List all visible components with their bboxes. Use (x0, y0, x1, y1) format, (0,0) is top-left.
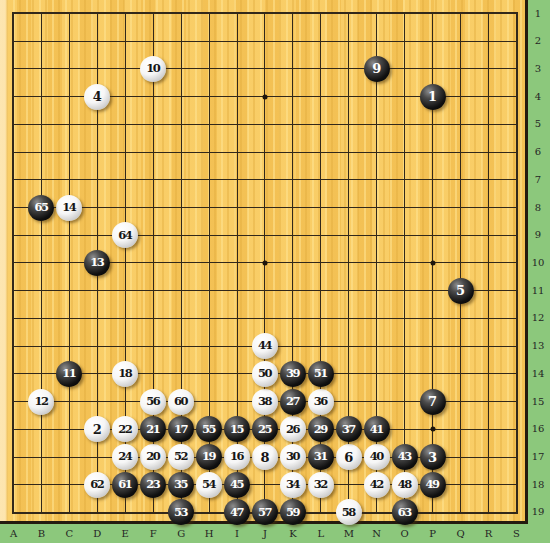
column-label-D: D (87, 524, 107, 543)
move-number: 58 (342, 507, 355, 519)
row-label-7: 7 (527, 174, 549, 186)
stone-black-1: 1 (420, 84, 446, 110)
column-label-F: F (143, 524, 163, 543)
stone-white-48: 48 (392, 472, 418, 498)
row-label-6: 6 (527, 146, 549, 158)
row-label-5: 5 (527, 118, 549, 130)
move-number: 35 (174, 479, 187, 491)
star-point (430, 427, 435, 432)
stone-white-56: 56 (140, 389, 166, 415)
move-number: 62 (90, 479, 103, 491)
move-number: 50 (258, 368, 271, 380)
column-label-Q: Q (451, 524, 471, 543)
column-label-H: H (199, 524, 219, 543)
row-label-18: 18 (527, 479, 549, 491)
stone-black-47: 47 (224, 499, 250, 525)
move-number: 6 (344, 451, 353, 464)
move-number: 52 (174, 451, 187, 463)
column-label-M: M (339, 524, 359, 543)
move-number: 30 (286, 451, 299, 463)
move-number: 61 (118, 479, 131, 491)
move-number: 42 (370, 479, 383, 491)
row-label-17: 17 (527, 451, 549, 463)
move-number: 34 (286, 479, 299, 491)
go-diagram: 1234567891011121314151617181920212223242… (0, 0, 550, 543)
move-number: 53 (174, 507, 187, 519)
move-number: 29 (314, 424, 327, 436)
star-point (262, 260, 267, 265)
stone-black-9: 9 (364, 56, 390, 82)
move-number: 11 (62, 368, 75, 380)
row-label-10: 10 (527, 257, 549, 269)
move-number: 43 (398, 451, 411, 463)
stone-white-14: 14 (56, 195, 82, 221)
move-number: 17 (174, 424, 187, 436)
column-label-K: K (283, 524, 303, 543)
stone-white-36: 36 (308, 389, 334, 415)
column-label-N: N (367, 524, 387, 543)
move-number: 3 (428, 451, 437, 464)
row-label-8: 8 (527, 202, 549, 214)
column-label-E: E (115, 524, 135, 543)
stone-black-65: 65 (28, 195, 54, 221)
row-label-14: 14 (527, 368, 549, 380)
move-number: 21 (146, 424, 159, 436)
column-label-P: P (423, 524, 443, 543)
stone-black-15: 15 (224, 416, 250, 442)
stone-white-34: 34 (280, 472, 306, 498)
row-label-2: 2 (527, 35, 549, 47)
stone-black-29: 29 (308, 416, 334, 442)
move-number: 31 (314, 451, 327, 463)
move-number: 47 (230, 507, 243, 519)
move-number: 37 (342, 424, 355, 436)
move-number: 8 (260, 451, 269, 464)
stone-black-13: 13 (84, 250, 110, 276)
stone-black-61: 61 (112, 472, 138, 498)
move-number: 20 (146, 451, 159, 463)
stone-white-10: 10 (140, 56, 166, 82)
move-number: 26 (286, 424, 299, 436)
move-number: 9 (372, 62, 381, 75)
stone-black-37: 37 (336, 416, 362, 442)
stone-black-25: 25 (252, 416, 278, 442)
move-number: 5 (456, 284, 465, 297)
row-label-15: 15 (527, 396, 549, 408)
stone-black-31: 31 (308, 444, 334, 470)
move-number: 64 (118, 230, 131, 242)
move-number: 54 (202, 479, 215, 491)
stone-white-62: 62 (84, 472, 110, 498)
star-point (430, 260, 435, 265)
stone-white-30: 30 (280, 444, 306, 470)
stone-white-22: 22 (112, 416, 138, 442)
stone-white-4: 4 (84, 84, 110, 110)
move-number: 24 (118, 451, 131, 463)
stone-white-58: 58 (336, 499, 362, 525)
move-number: 25 (258, 424, 271, 436)
stone-black-63: 63 (392, 499, 418, 525)
stone-black-35: 35 (168, 472, 194, 498)
stone-white-18: 18 (112, 361, 138, 387)
stone-black-23: 23 (140, 472, 166, 498)
move-number: 49 (426, 479, 439, 491)
move-number: 14 (62, 202, 75, 214)
move-number: 57 (258, 507, 271, 519)
move-number: 12 (34, 396, 47, 408)
stone-black-43: 43 (392, 444, 418, 470)
stone-black-3: 3 (420, 444, 446, 470)
stone-white-12: 12 (28, 389, 54, 415)
stone-white-44: 44 (252, 333, 278, 359)
stone-black-55: 55 (196, 416, 222, 442)
row-label-12: 12 (527, 312, 549, 324)
stone-white-16: 16 (224, 444, 250, 470)
column-label-B: B (31, 524, 51, 543)
column-label-A: A (4, 524, 24, 543)
stone-white-42: 42 (364, 472, 390, 498)
stone-black-59: 59 (280, 499, 306, 525)
move-number: 18 (118, 368, 131, 380)
move-number: 15 (230, 424, 243, 436)
stone-white-50: 50 (252, 361, 278, 387)
move-number: 41 (370, 424, 383, 436)
stone-white-54: 54 (196, 472, 222, 498)
column-label-C: C (59, 524, 79, 543)
move-number: 39 (286, 368, 299, 380)
move-number: 38 (258, 396, 271, 408)
stone-white-40: 40 (364, 444, 390, 470)
stone-black-21: 21 (140, 416, 166, 442)
move-number: 60 (174, 396, 187, 408)
column-label-J: J (255, 524, 275, 543)
stone-white-64: 64 (112, 222, 138, 248)
move-number: 2 (93, 423, 102, 436)
row-label-11: 11 (527, 285, 549, 297)
row-label-1: 1 (527, 8, 549, 20)
stone-black-39: 39 (280, 361, 306, 387)
column-label-S: S (506, 524, 526, 543)
column-label-L: L (311, 524, 331, 543)
stone-white-38: 38 (252, 389, 278, 415)
row-label-3: 3 (527, 63, 549, 75)
stone-white-24: 24 (112, 444, 138, 470)
move-number: 27 (286, 396, 299, 408)
stone-black-57: 57 (252, 499, 278, 525)
stone-white-32: 32 (308, 472, 334, 498)
stone-black-51: 51 (308, 361, 334, 387)
move-number: 13 (90, 257, 103, 269)
stone-black-19: 19 (196, 444, 222, 470)
move-number: 22 (118, 424, 131, 436)
stone-black-7: 7 (420, 389, 446, 415)
move-number: 40 (370, 451, 383, 463)
stone-black-53: 53 (168, 499, 194, 525)
move-number: 7 (428, 395, 437, 408)
move-number: 32 (314, 479, 327, 491)
move-number: 36 (314, 396, 327, 408)
stone-white-2: 2 (84, 416, 110, 442)
row-label-9: 9 (527, 229, 549, 241)
move-number: 16 (230, 451, 243, 463)
column-label-R: R (478, 524, 498, 543)
move-number: 45 (230, 479, 243, 491)
stone-black-11: 11 (56, 361, 82, 387)
move-number: 19 (202, 451, 215, 463)
move-number: 56 (146, 396, 159, 408)
move-number: 1 (428, 90, 437, 103)
move-number: 65 (34, 202, 47, 214)
stone-black-27: 27 (280, 389, 306, 415)
star-point (262, 94, 267, 99)
move-number: 55 (202, 424, 215, 436)
row-label-16: 16 (527, 423, 549, 435)
stone-black-5: 5 (448, 278, 474, 304)
stone-black-17: 17 (168, 416, 194, 442)
stone-white-20: 20 (140, 444, 166, 470)
column-label-I: I (227, 524, 247, 543)
column-label-G: G (171, 524, 191, 543)
move-number: 48 (398, 479, 411, 491)
stone-white-6: 6 (336, 444, 362, 470)
stone-black-45: 45 (224, 472, 250, 498)
stone-white-60: 60 (168, 389, 194, 415)
go-board: 1234567891011121314151617181920212223242… (0, 0, 528, 524)
stone-white-8: 8 (252, 444, 278, 470)
move-number: 23 (146, 479, 159, 491)
stone-white-52: 52 (168, 444, 194, 470)
row-label-19: 19 (527, 506, 549, 518)
move-number: 59 (286, 507, 299, 519)
move-number: 63 (398, 507, 411, 519)
stone-black-49: 49 (420, 472, 446, 498)
row-label-4: 4 (527, 91, 549, 103)
move-number: 51 (314, 368, 327, 380)
column-label-O: O (395, 524, 415, 543)
move-number: 4 (93, 90, 102, 103)
row-label-13: 13 (527, 340, 549, 352)
stone-white-26: 26 (280, 416, 306, 442)
stone-black-41: 41 (364, 416, 390, 442)
move-number: 44 (258, 340, 271, 352)
move-number: 10 (146, 63, 159, 75)
